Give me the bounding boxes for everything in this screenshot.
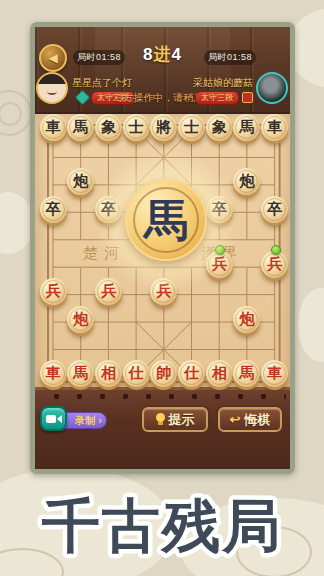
video-camera-icon xyxy=(46,415,56,423)
piece-red-仕[interactable]: 仕 xyxy=(178,360,205,387)
piece-black-馬[interactable]: 馬 xyxy=(67,114,94,141)
piece-red-車[interactable]: 車 xyxy=(40,360,67,387)
piece-red-車[interactable]: 車 xyxy=(261,360,288,387)
xiangqi-board[interactable]: 楚河 漢界 車馬象士將士象馬車炮炮卒卒卒卒卒兵兵兵兵兵炮炮車馬相仕帥仕相馬車 馬 xyxy=(35,112,290,390)
commander-badge-icon xyxy=(242,92,253,103)
piece-red-相[interactable]: 相 xyxy=(206,360,233,387)
piece-red-兵[interactable]: 兵 xyxy=(40,278,67,305)
piece-black-卒[interactable]: 卒 xyxy=(40,196,67,223)
right-player-avatar[interactable] xyxy=(256,72,288,104)
piece-red-炮[interactable]: 炮 xyxy=(67,306,94,333)
cloud-left-mid xyxy=(0,192,34,254)
undo-arrow-icon: ↩ xyxy=(230,413,241,426)
round-word: 进 xyxy=(154,45,172,64)
gem-icon xyxy=(75,90,91,106)
piece-black-車[interactable]: 車 xyxy=(40,114,67,141)
piece-red-仕[interactable]: 仕 xyxy=(123,360,150,387)
piece-black-卒[interactable]: 卒 xyxy=(261,196,288,223)
piece-black-炮[interactable]: 炮 xyxy=(67,168,94,195)
banner: 千古残局 xyxy=(0,480,324,576)
right-player-rank-badge: 太守三段 xyxy=(195,91,239,105)
right-player-name: 采姑娘的蘑菇 xyxy=(193,76,253,90)
round-label: 8进4 xyxy=(143,43,182,66)
round-number-left: 8 xyxy=(143,45,153,64)
chevron-right-icon: › xyxy=(98,413,102,428)
right-player-badges: 太守三段 xyxy=(195,91,253,104)
piece-black-將[interactable]: 將 xyxy=(150,114,177,141)
medallion-character: 馬 xyxy=(144,198,188,242)
undo-button[interactable]: ↩ 悔棋 xyxy=(218,407,282,432)
piece-black-士[interactable]: 士 xyxy=(178,114,205,141)
left-player-avatar[interactable] xyxy=(36,72,68,104)
piece-black-炮[interactable]: 炮 xyxy=(233,168,260,195)
hint-label: 提示 xyxy=(169,411,195,429)
piece-red-兵[interactable]: 兵 xyxy=(95,278,122,305)
record-button[interactable] xyxy=(40,406,67,431)
game-window: ◀ 局时01:58 8进4 局时01:58 星星点了个灯 太守三段 对方操作中，… xyxy=(30,22,295,474)
piece-red-相[interactable]: 相 xyxy=(95,360,122,387)
cloud-right-mid xyxy=(298,288,324,362)
piece-black-車[interactable]: 車 xyxy=(261,114,288,141)
piece-black-士[interactable]: 士 xyxy=(123,114,150,141)
piece-black-馬[interactable]: 馬 xyxy=(233,114,260,141)
hint-button[interactable]: 提示 xyxy=(142,407,208,432)
undo-label: 悔棋 xyxy=(244,411,270,429)
piece-red-馬[interactable]: 馬 xyxy=(67,360,94,387)
banner-title: 千古残局 xyxy=(41,492,282,560)
back-icon: ◀ xyxy=(48,52,57,64)
right-timer: 局时01:58 xyxy=(204,50,256,65)
piece-black-象[interactable]: 象 xyxy=(206,114,233,141)
record-label: 录制 xyxy=(75,415,95,426)
piece-black-象[interactable]: 象 xyxy=(95,114,122,141)
piece-red-馬[interactable]: 馬 xyxy=(233,360,260,387)
move-marker xyxy=(271,245,281,255)
stud-row xyxy=(39,391,286,400)
back-button[interactable]: ◀ xyxy=(39,44,67,72)
round-number-right: 4 xyxy=(172,45,182,64)
piece-red-炮[interactable]: 炮 xyxy=(233,306,260,333)
lightbulb-icon xyxy=(156,413,165,426)
left-player-name: 星星点了个灯 xyxy=(72,76,132,90)
left-timer: 局时01:58 xyxy=(73,50,125,65)
horse-medallion: 馬 xyxy=(125,179,207,261)
piece-red-帥[interactable]: 帥 xyxy=(150,360,177,387)
control-bar: 录制› 提示 ↩ 悔棋 xyxy=(35,390,290,469)
